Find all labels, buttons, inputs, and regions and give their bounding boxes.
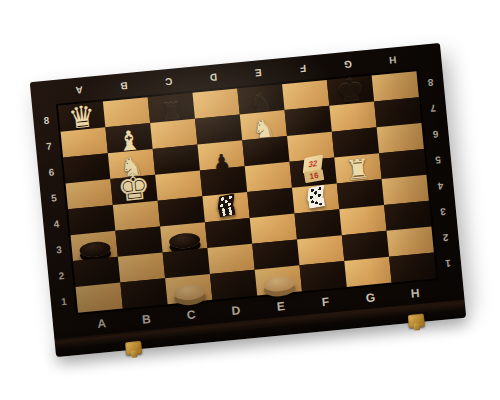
coordinate-label: 3 [45,235,73,263]
coordinate-label: 8 [416,69,444,97]
chess-board: ABCDEFGH ABCDEFGH 87654321 87654321 ♛♜♞♚… [30,43,467,357]
black-die-front-face-6 [218,206,235,218]
photo-scene: ABCDEFGH ABCDEFGH 87654321 87654321 ♛♜♞♚… [0,0,500,400]
coordinate-label: 1 [434,250,462,278]
white-die[interactable] [307,186,325,208]
coordinate-label: 8 [32,106,60,134]
coordinate-label: 2 [47,261,75,289]
coordinate-label: C [168,300,215,330]
doubling-cube[interactable]: 3216 [302,156,323,183]
brass-latch-right[interactable] [408,314,425,328]
square-e1[interactable] [255,265,302,295]
coordinate-label: 2 [431,224,459,252]
coordinate-label: 5 [424,146,452,174]
coordinate-label: 6 [37,158,65,186]
square-f1[interactable] [300,261,347,291]
white-die-front-face-3 [307,197,324,209]
coordinate-label: A [78,308,125,338]
doubling-cube-front-value: 16 [303,169,324,183]
wood-checker[interactable] [173,284,205,302]
square-d1[interactable] [210,270,257,300]
square-h1[interactable] [389,252,436,282]
square-c1[interactable] [165,274,212,304]
coordinate-label: 6 [421,121,449,149]
board-frame: ABCDEFGH ABCDEFGH 87654321 87654321 ♛♜♞♚… [30,43,465,341]
black-die[interactable] [217,194,235,216]
coordinate-label: 3 [429,198,457,226]
board-grid: ♛♜♞♚♝♞♞♟♚3216♜ [58,71,436,313]
coordinate-label: H [392,278,439,308]
coordinate-label: 7 [419,95,447,123]
coordinate-label: 5 [40,183,68,211]
coordinate-label: 7 [35,132,63,160]
coordinate-label: 1 [50,287,78,315]
coordinate-label: D [212,296,259,326]
coordinate-label: F [302,287,349,317]
black-checker[interactable] [168,232,200,250]
brass-latch-left[interactable] [125,341,142,355]
black-checker[interactable] [78,240,110,258]
coordinate-label: E [257,291,304,321]
wood-checker[interactable] [263,275,295,293]
coordinate-label: 4 [426,172,454,200]
square-a1[interactable] [76,283,123,313]
coordinate-label: G [347,283,394,313]
coordinate-label: B [123,304,170,334]
coordinate-label: 4 [42,209,70,237]
square-b1[interactable] [120,278,167,308]
square-g1[interactable] [344,257,391,287]
